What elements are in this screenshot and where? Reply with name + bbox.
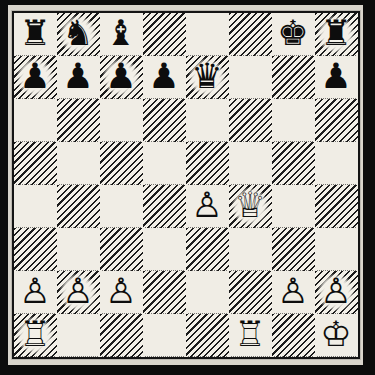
piece-halo: ♙ [58, 272, 98, 313]
piece-halo: ♜ [316, 14, 356, 55]
square-g1[interactable] [272, 314, 315, 357]
piece-black-pawn[interactable]: ♟ [148, 56, 179, 98]
piece-black-queen[interactable]: ♛ [191, 56, 222, 98]
piece-halo: ♕ [230, 186, 270, 227]
square-e4[interactable]: ♙ [186, 185, 229, 228]
piece-black-pawn[interactable]: ♟ [105, 56, 136, 98]
square-g8[interactable]: ♚ [272, 13, 315, 56]
square-h8[interactable]: ♜ [315, 13, 358, 56]
square-e1[interactable] [186, 314, 229, 357]
square-f4[interactable]: ♕ [229, 185, 272, 228]
piece-white-pawn[interactable]: ♙ [19, 271, 50, 313]
piece-halo: ♙ [187, 186, 227, 227]
piece-black-bishop[interactable]: ♝ [105, 13, 136, 55]
piece-halo: ♞ [58, 14, 98, 55]
piece-white-pawn[interactable]: ♙ [277, 271, 308, 313]
piece-black-knight[interactable]: ♞ [62, 13, 93, 55]
square-a8[interactable]: ♜ [14, 13, 57, 56]
square-e8[interactable] [186, 13, 229, 56]
piece-halo: ♖ [15, 315, 55, 356]
square-b3[interactable] [57, 228, 100, 271]
square-a7[interactable]: ♟ [14, 56, 57, 99]
square-e2[interactable] [186, 271, 229, 314]
piece-halo: ♙ [101, 272, 141, 313]
square-d2[interactable] [143, 271, 186, 314]
square-h1[interactable]: ♔ [315, 314, 358, 357]
piece-halo: ♟ [15, 57, 55, 98]
square-c7[interactable]: ♟ [100, 56, 143, 99]
square-c1[interactable] [100, 314, 143, 357]
square-e6[interactable] [186, 99, 229, 142]
square-f2[interactable] [229, 271, 272, 314]
piece-halo: ♙ [273, 272, 313, 313]
square-h5[interactable] [315, 142, 358, 185]
square-b2[interactable]: ♙ [57, 271, 100, 314]
piece-white-rook[interactable]: ♖ [234, 314, 265, 356]
piece-halo: ♟ [58, 57, 98, 98]
square-d4[interactable] [143, 185, 186, 228]
piece-halo: ♟ [316, 57, 356, 98]
square-c6[interactable] [100, 99, 143, 142]
square-e3[interactable] [186, 228, 229, 271]
piece-white-queen[interactable]: ♕ [234, 185, 265, 227]
square-a2[interactable]: ♙ [14, 271, 57, 314]
piece-halo: ♙ [316, 272, 356, 313]
square-g5[interactable] [272, 142, 315, 185]
piece-halo: ♔ [316, 315, 356, 356]
piece-halo: ♟ [101, 57, 141, 98]
piece-black-pawn[interactable]: ♟ [320, 56, 351, 98]
piece-white-pawn[interactable]: ♙ [62, 271, 93, 313]
square-g7[interactable] [272, 56, 315, 99]
square-c5[interactable] [100, 142, 143, 185]
piece-halo: ♙ [15, 272, 55, 313]
piece-halo: ♝ [101, 14, 141, 55]
square-h4[interactable] [315, 185, 358, 228]
square-f6[interactable] [229, 99, 272, 142]
square-f5[interactable] [229, 142, 272, 185]
square-a3[interactable] [14, 228, 57, 271]
square-g6[interactable] [272, 99, 315, 142]
piece-halo: ♖ [230, 315, 270, 356]
square-g4[interactable] [272, 185, 315, 228]
piece-black-pawn[interactable]: ♟ [62, 56, 93, 98]
square-b4[interactable] [57, 185, 100, 228]
square-e5[interactable] [186, 142, 229, 185]
square-c4[interactable] [100, 185, 143, 228]
square-c2[interactable]: ♙ [100, 271, 143, 314]
piece-white-pawn[interactable]: ♙ [191, 185, 222, 227]
square-f8[interactable] [229, 13, 272, 56]
piece-black-rook[interactable]: ♜ [19, 13, 50, 55]
square-a4[interactable] [14, 185, 57, 228]
square-d7[interactable]: ♟ [143, 56, 186, 99]
square-g2[interactable]: ♙ [272, 271, 315, 314]
square-b5[interactable] [57, 142, 100, 185]
piece-white-rook[interactable]: ♖ [19, 314, 50, 356]
piece-white-pawn[interactable]: ♙ [320, 271, 351, 313]
square-b8[interactable]: ♞ [57, 13, 100, 56]
chessboard: ♜♞♝♚♜♟♟♟♟♛♟♙♕♙♙♙♙♙♖♖♔ [12, 11, 360, 359]
piece-halo: ♚ [273, 14, 313, 55]
piece-halo: ♜ [15, 14, 55, 55]
chessboard-scan: ♜♞♝♚♜♟♟♟♟♛♟♙♕♙♙♙♙♙♖♖♔ [0, 0, 375, 375]
square-a1[interactable]: ♖ [14, 314, 57, 357]
piece-halo: ♛ [187, 57, 227, 98]
piece-black-rook[interactable]: ♜ [320, 13, 351, 55]
square-h2[interactable]: ♙ [315, 271, 358, 314]
piece-white-pawn[interactable]: ♙ [105, 271, 136, 313]
square-f3[interactable] [229, 228, 272, 271]
square-d6[interactable] [143, 99, 186, 142]
square-h7[interactable]: ♟ [315, 56, 358, 99]
square-h6[interactable] [315, 99, 358, 142]
square-b7[interactable]: ♟ [57, 56, 100, 99]
square-f7[interactable] [229, 56, 272, 99]
square-c3[interactable] [100, 228, 143, 271]
square-d5[interactable] [143, 142, 186, 185]
piece-black-king[interactable]: ♚ [277, 13, 308, 55]
piece-halo: ♟ [144, 57, 184, 98]
square-e7[interactable]: ♛ [186, 56, 229, 99]
square-d1[interactable] [143, 314, 186, 357]
square-c8[interactable]: ♝ [100, 13, 143, 56]
square-a5[interactable] [14, 142, 57, 185]
square-g3[interactable] [272, 228, 315, 271]
square-h3[interactable] [315, 228, 358, 271]
square-b1[interactable] [57, 314, 100, 357]
piece-white-king[interactable]: ♔ [320, 314, 351, 356]
piece-black-pawn[interactable]: ♟ [19, 56, 50, 98]
square-f1[interactable]: ♖ [229, 314, 272, 357]
square-a6[interactable] [14, 99, 57, 142]
square-d8[interactable] [143, 13, 186, 56]
square-b6[interactable] [57, 99, 100, 142]
square-d3[interactable] [143, 228, 186, 271]
